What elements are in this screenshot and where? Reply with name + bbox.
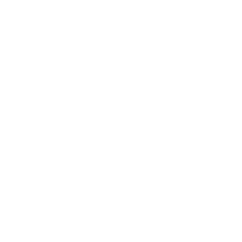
chess-board <box>0 0 242 242</box>
